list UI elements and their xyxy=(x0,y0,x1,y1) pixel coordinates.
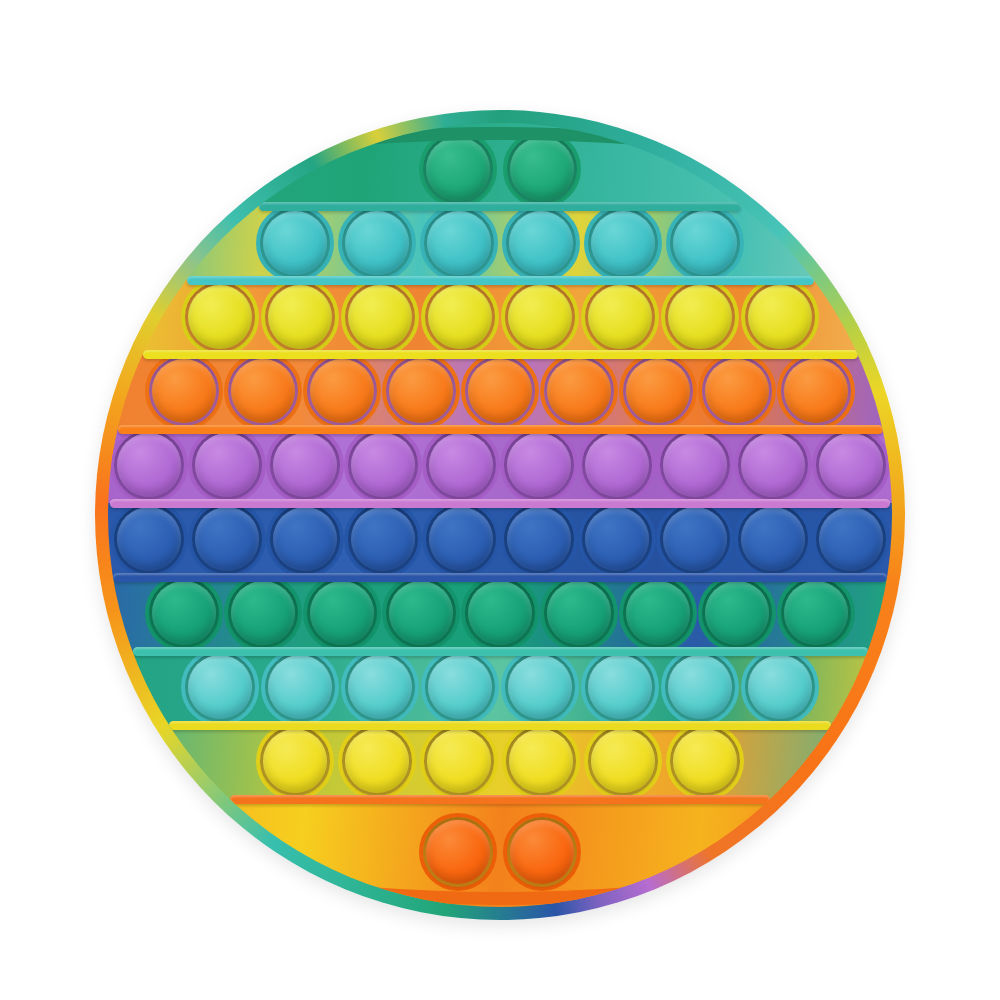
bubble-dome xyxy=(231,359,295,423)
bubble-dome xyxy=(819,507,883,571)
bubble-r4c6[interactable] xyxy=(540,352,618,430)
bubble-dome xyxy=(705,359,769,423)
row-ridge-2 xyxy=(187,276,814,285)
bubble-dome xyxy=(117,507,181,571)
bubble-dome xyxy=(705,581,769,645)
product-photo-stage xyxy=(0,0,1000,1000)
bubble-r7c4[interactable] xyxy=(382,574,460,652)
bubble-r7c8[interactable] xyxy=(698,574,776,652)
bubble-dome xyxy=(585,433,649,497)
bubble-r3c6[interactable] xyxy=(581,278,659,356)
bubble-r4c2[interactable] xyxy=(224,352,302,430)
bubble-dome xyxy=(389,359,453,423)
row-ridge-8 xyxy=(169,721,831,730)
bubble-r4c8[interactable] xyxy=(698,352,776,430)
bubble-r6c6[interactable] xyxy=(500,500,578,578)
row-ridge-7 xyxy=(133,647,868,656)
bubble-dome xyxy=(268,285,332,349)
bubble-r6c1[interactable] xyxy=(110,500,188,578)
bottom-rim-arc xyxy=(168,755,832,905)
bubble-r3c3[interactable] xyxy=(341,278,419,356)
bubble-dome xyxy=(310,581,374,645)
bubble-r4c3[interactable] xyxy=(303,352,381,430)
bubble-dome xyxy=(188,285,252,349)
bubble-r5c8[interactable] xyxy=(656,426,734,504)
bubble-dome xyxy=(268,655,332,719)
bubble-dome xyxy=(585,507,649,571)
bubble-r7c3[interactable] xyxy=(303,574,381,652)
bubble-row-7-green xyxy=(108,574,892,652)
bubble-r8c3[interactable] xyxy=(341,648,419,726)
bubble-r5c3[interactable] xyxy=(266,426,344,504)
row-ridge-6 xyxy=(113,573,887,582)
bubble-row-5-purple xyxy=(108,426,892,504)
bubble-r8c1[interactable] xyxy=(181,648,259,726)
bubble-dome xyxy=(748,285,812,349)
bubble-dome xyxy=(351,433,415,497)
bubble-r7c5[interactable] xyxy=(461,574,539,652)
bubble-dome xyxy=(784,581,848,645)
bubble-r8c5[interactable] xyxy=(501,648,579,726)
bubble-r4c5[interactable] xyxy=(461,352,539,430)
bubble-r5c7[interactable] xyxy=(578,426,656,504)
top-rim-arc xyxy=(144,127,856,277)
bubble-dome xyxy=(468,359,532,423)
bubble-dome xyxy=(348,285,412,349)
bubble-r5c10[interactable] xyxy=(812,426,890,504)
bubble-r8c6[interactable] xyxy=(581,648,659,726)
bubble-r6c8[interactable] xyxy=(656,500,734,578)
bubble-r4c7[interactable] xyxy=(619,352,697,430)
row-ridge-3 xyxy=(143,350,858,359)
bubble-dome xyxy=(348,655,412,719)
bubble-r3c1[interactable] xyxy=(181,278,259,356)
bubble-r7c1[interactable] xyxy=(145,574,223,652)
bubble-dome xyxy=(626,581,690,645)
bubble-dome xyxy=(668,285,732,349)
popit-board xyxy=(108,123,892,907)
bubble-r8c4[interactable] xyxy=(421,648,499,726)
bubble-dome xyxy=(195,433,259,497)
bubble-dome xyxy=(819,433,883,497)
bubble-dome xyxy=(310,359,374,423)
row-ridge-5 xyxy=(110,499,890,508)
bubble-dome xyxy=(117,433,181,497)
bubble-dome xyxy=(273,507,337,571)
bubble-r5c9[interactable] xyxy=(734,426,812,504)
bubble-row-3-yellow xyxy=(108,278,892,356)
bubble-dome xyxy=(231,581,295,645)
bubble-r3c8[interactable] xyxy=(741,278,819,356)
bubble-dome xyxy=(429,507,493,571)
bubble-r6c2[interactable] xyxy=(188,500,266,578)
bubble-r7c2[interactable] xyxy=(224,574,302,652)
bubble-r8c7[interactable] xyxy=(661,648,739,726)
bubble-r3c7[interactable] xyxy=(661,278,739,356)
bubble-dome xyxy=(273,433,337,497)
bubble-dome xyxy=(784,359,848,423)
bubble-r7c9[interactable] xyxy=(777,574,855,652)
bubble-dome xyxy=(389,581,453,645)
bubble-dome xyxy=(748,655,812,719)
bubble-dome xyxy=(468,581,532,645)
bubble-row-6-blue xyxy=(108,500,892,578)
bubble-dome xyxy=(668,655,732,719)
bubble-dome xyxy=(547,581,611,645)
bubble-row-8-cyan xyxy=(108,648,892,726)
bubble-r5c4[interactable] xyxy=(344,426,422,504)
bubble-r7c6[interactable] xyxy=(540,574,618,652)
bubble-dome xyxy=(152,581,216,645)
bubble-dome xyxy=(428,285,492,349)
bubble-r3c5[interactable] xyxy=(501,278,579,356)
bubble-dome xyxy=(195,507,259,571)
bubble-r7c7[interactable] xyxy=(619,574,697,652)
bubble-dome xyxy=(663,433,727,497)
bubble-dome xyxy=(741,433,805,497)
bubble-r8c2[interactable] xyxy=(261,648,339,726)
bubble-r5c6[interactable] xyxy=(500,426,578,504)
bubble-r6c5[interactable] xyxy=(422,500,500,578)
bubble-dome xyxy=(351,507,415,571)
bubble-dome xyxy=(507,433,571,497)
bubble-r4c9[interactable] xyxy=(777,352,855,430)
bubble-dome xyxy=(428,655,492,719)
bubble-r3c2[interactable] xyxy=(261,278,339,356)
bubble-r4c1[interactable] xyxy=(145,352,223,430)
bubble-r6c10[interactable] xyxy=(812,500,890,578)
bubble-dome xyxy=(588,655,652,719)
bubble-row-4-orange xyxy=(108,352,892,430)
bubble-r6c3[interactable] xyxy=(266,500,344,578)
bubble-r8c8[interactable] xyxy=(741,648,819,726)
bubble-dome xyxy=(547,359,611,423)
bubble-dome xyxy=(152,359,216,423)
bubble-r6c4[interactable] xyxy=(344,500,422,578)
row-ridge-4 xyxy=(118,425,883,434)
bubble-r6c7[interactable] xyxy=(578,500,656,578)
bubble-dome xyxy=(588,285,652,349)
board-rim xyxy=(95,110,905,920)
bubble-r5c2[interactable] xyxy=(188,426,266,504)
bubble-r6c9[interactable] xyxy=(734,500,812,578)
bubble-dome xyxy=(507,507,571,571)
bubble-dome xyxy=(188,655,252,719)
bubble-r3c4[interactable] xyxy=(421,278,499,356)
bubble-r5c5[interactable] xyxy=(422,426,500,504)
bubble-dome xyxy=(626,359,690,423)
bubble-dome xyxy=(508,285,572,349)
bubble-r5c1[interactable] xyxy=(110,426,188,504)
bubble-dome xyxy=(508,655,572,719)
bubble-r4c4[interactable] xyxy=(382,352,460,430)
bubble-dome xyxy=(429,433,493,497)
bubble-dome xyxy=(741,507,805,571)
bubble-dome xyxy=(663,507,727,571)
